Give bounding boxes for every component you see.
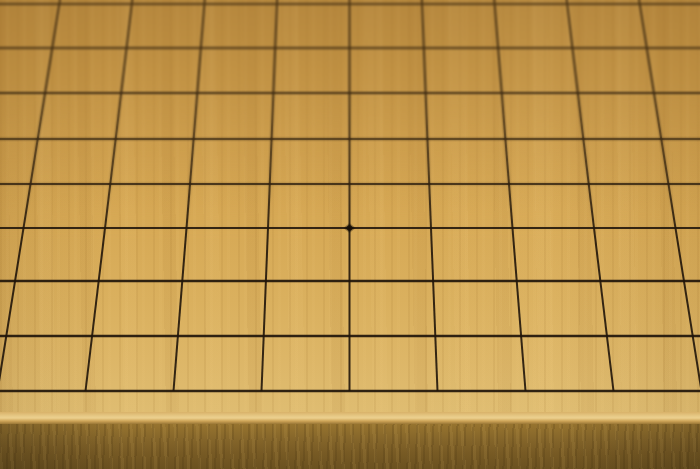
grid-v-line (86, 0, 133, 391)
board-side-face (0, 424, 700, 469)
grid-v-line (422, 0, 438, 391)
grid-v-line (174, 0, 205, 391)
board-front-edge (0, 412, 700, 424)
goban-grid (0, 0, 700, 469)
goban-photo (0, 0, 700, 469)
grid-v-line (0, 0, 60, 391)
grid-v-line (567, 0, 614, 391)
grid-v-line (639, 0, 700, 391)
vertical-grid-lines (0, 0, 700, 391)
star-point-hoshi (345, 224, 354, 231)
grid-v-line (494, 0, 525, 391)
grid-v-line (262, 0, 278, 391)
